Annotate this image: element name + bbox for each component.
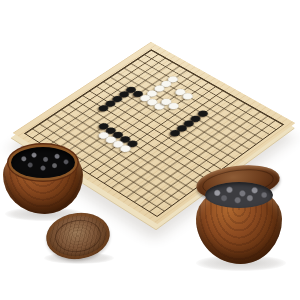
bowl-lid-on-ground: [46, 213, 110, 259]
go-set-product-photo: ●●●●●●●●●●●●●●●●●●●●●●●●●●●●●●●: [0, 0, 300, 300]
grey-stone-bowl: [196, 168, 282, 264]
black-stone: ●: [167, 127, 184, 138]
grey-stones-in-bowl: [205, 182, 273, 208]
black-stone-bowl: [3, 146, 83, 214]
black-stones-in-bowl: [11, 147, 75, 178]
black-stone: ●: [95, 103, 112, 114]
